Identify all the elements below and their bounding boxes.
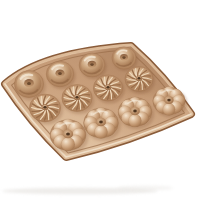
product-photo [0,0,200,200]
baking-pan-image [0,0,200,200]
